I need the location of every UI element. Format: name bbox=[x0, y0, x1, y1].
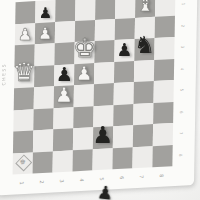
square-r4c7[interactable] bbox=[134, 59, 154, 82]
chess-mat: ♟♝♟♟♚♟♞♛♟♟♟♟ ♚ 12345678 12345678 CHESS bbox=[0, 0, 198, 195]
square-r6c1[interactable] bbox=[13, 109, 33, 132]
white-pawn-r2c2[interactable]: ♟ bbox=[38, 25, 53, 41]
square-r6c6[interactable] bbox=[113, 104, 133, 127]
file-label-8: 8 bbox=[159, 173, 165, 177]
square-r3c2[interactable] bbox=[34, 43, 54, 66]
square-r1c6[interactable] bbox=[115, 0, 135, 18]
black-pawn-r7c5[interactable]: ♟ bbox=[93, 123, 114, 146]
square-r2c6[interactable] bbox=[115, 17, 135, 40]
file-label-2: 2 bbox=[39, 180, 45, 184]
square-r7c1[interactable] bbox=[13, 130, 33, 153]
square-r6c2[interactable] bbox=[33, 108, 53, 131]
square-r7c8[interactable] bbox=[153, 123, 173, 146]
square-r5c4[interactable] bbox=[74, 84, 94, 107]
square-r7c7[interactable] bbox=[133, 124, 153, 147]
square-r5c2[interactable] bbox=[34, 86, 54, 109]
square-r4c2[interactable] bbox=[34, 65, 54, 88]
square-r2c8[interactable] bbox=[155, 15, 175, 38]
square-r4c6[interactable] bbox=[114, 61, 134, 84]
square-r1c5[interactable] bbox=[95, 0, 115, 20]
rank-label-5: 5 bbox=[179, 89, 184, 92]
file-label-7: 7 bbox=[139, 175, 145, 179]
white-pawn-r2c1[interactable]: ♟ bbox=[18, 26, 33, 42]
rank-label-3: 3 bbox=[180, 46, 185, 49]
square-r3c5[interactable] bbox=[94, 40, 114, 63]
file-label-1: 1 bbox=[19, 181, 25, 185]
square-r7c2[interactable] bbox=[33, 129, 53, 152]
rank-label-8: 8 bbox=[178, 154, 183, 157]
square-r7c3[interactable] bbox=[53, 128, 73, 151]
square-r5c7[interactable] bbox=[134, 81, 154, 104]
black-pawn-r4c3[interactable]: ♟ bbox=[56, 65, 73, 84]
square-r5c1[interactable] bbox=[14, 87, 34, 110]
square-r8c7[interactable] bbox=[132, 146, 152, 169]
white-pawn-r5c3[interactable]: ♟ bbox=[55, 85, 73, 106]
square-r8c4[interactable] bbox=[72, 149, 92, 172]
square-r1c4[interactable] bbox=[75, 0, 95, 21]
black-knight-r3c7[interactable]: ♞ bbox=[134, 34, 155, 58]
square-r1c8[interactable] bbox=[155, 0, 175, 16]
square-r3c8[interactable] bbox=[154, 37, 174, 60]
rank-labels: 12345678 bbox=[175, 0, 188, 166]
black-pawn-r1c2[interactable]: ♟ bbox=[39, 5, 52, 20]
file-label-5: 5 bbox=[99, 177, 105, 181]
board-brand-text: CHESS bbox=[1, 63, 6, 86]
rank-label-4: 4 bbox=[180, 67, 185, 70]
square-r5c6[interactable] bbox=[114, 82, 134, 105]
white-queen-r4c1[interactable]: ♛ bbox=[13, 60, 36, 86]
file-label-3: 3 bbox=[59, 179, 65, 183]
square-r6c4[interactable] bbox=[73, 106, 93, 129]
square-r7c6[interactable] bbox=[113, 125, 133, 148]
square-r8c6[interactable] bbox=[112, 147, 132, 170]
white-king-r3c4[interactable]: ♚ bbox=[73, 35, 96, 61]
square-r1c3[interactable] bbox=[55, 0, 75, 22]
square-r4c8[interactable] bbox=[154, 58, 174, 81]
square-r5c8[interactable] bbox=[154, 80, 174, 103]
rank-label-1: 1 bbox=[181, 3, 186, 6]
square-r8c2[interactable] bbox=[33, 151, 53, 174]
white-bishop-r1c7[interactable]: ♝ bbox=[136, 0, 154, 15]
corner-emblem: ♚ bbox=[14, 153, 32, 173]
square-r8c8[interactable] bbox=[152, 145, 172, 168]
file-label-4: 4 bbox=[79, 178, 85, 182]
square-r7c4[interactable] bbox=[73, 127, 93, 150]
rank-label-7: 7 bbox=[178, 132, 183, 135]
square-r6c8[interactable] bbox=[153, 102, 173, 125]
square-r1c1[interactable] bbox=[15, 1, 35, 24]
square-r8c3[interactable] bbox=[53, 150, 73, 173]
square-r4c5[interactable] bbox=[94, 62, 114, 85]
board-photo: ♟♝♟♟♚♟♞♛♟♟♟♟ ♚ 12345678 12345678 CHESS ♟ bbox=[0, 0, 200, 200]
white-pawn-r4c4[interactable]: ♟ bbox=[76, 64, 93, 83]
rank-label-2: 2 bbox=[180, 24, 185, 27]
offboard-captured-piece[interactable]: ♟ bbox=[96, 183, 114, 200]
square-r5c5[interactable] bbox=[94, 83, 114, 106]
square-r6c7[interactable] bbox=[133, 103, 153, 126]
square-r8c5[interactable] bbox=[92, 148, 112, 171]
black-pawn-r3c6[interactable]: ♟ bbox=[117, 41, 133, 59]
rank-label-6: 6 bbox=[179, 110, 184, 113]
square-r3c3[interactable] bbox=[54, 42, 74, 65]
square-r2c5[interactable] bbox=[95, 18, 115, 41]
emblem-crown-icon: ♚ bbox=[14, 158, 32, 168]
chess-board: ♟♝♟♟♚♟♞♛♟♟♟♟ bbox=[13, 0, 176, 175]
file-label-6: 6 bbox=[119, 176, 125, 180]
square-r6c3[interactable] bbox=[53, 107, 73, 130]
